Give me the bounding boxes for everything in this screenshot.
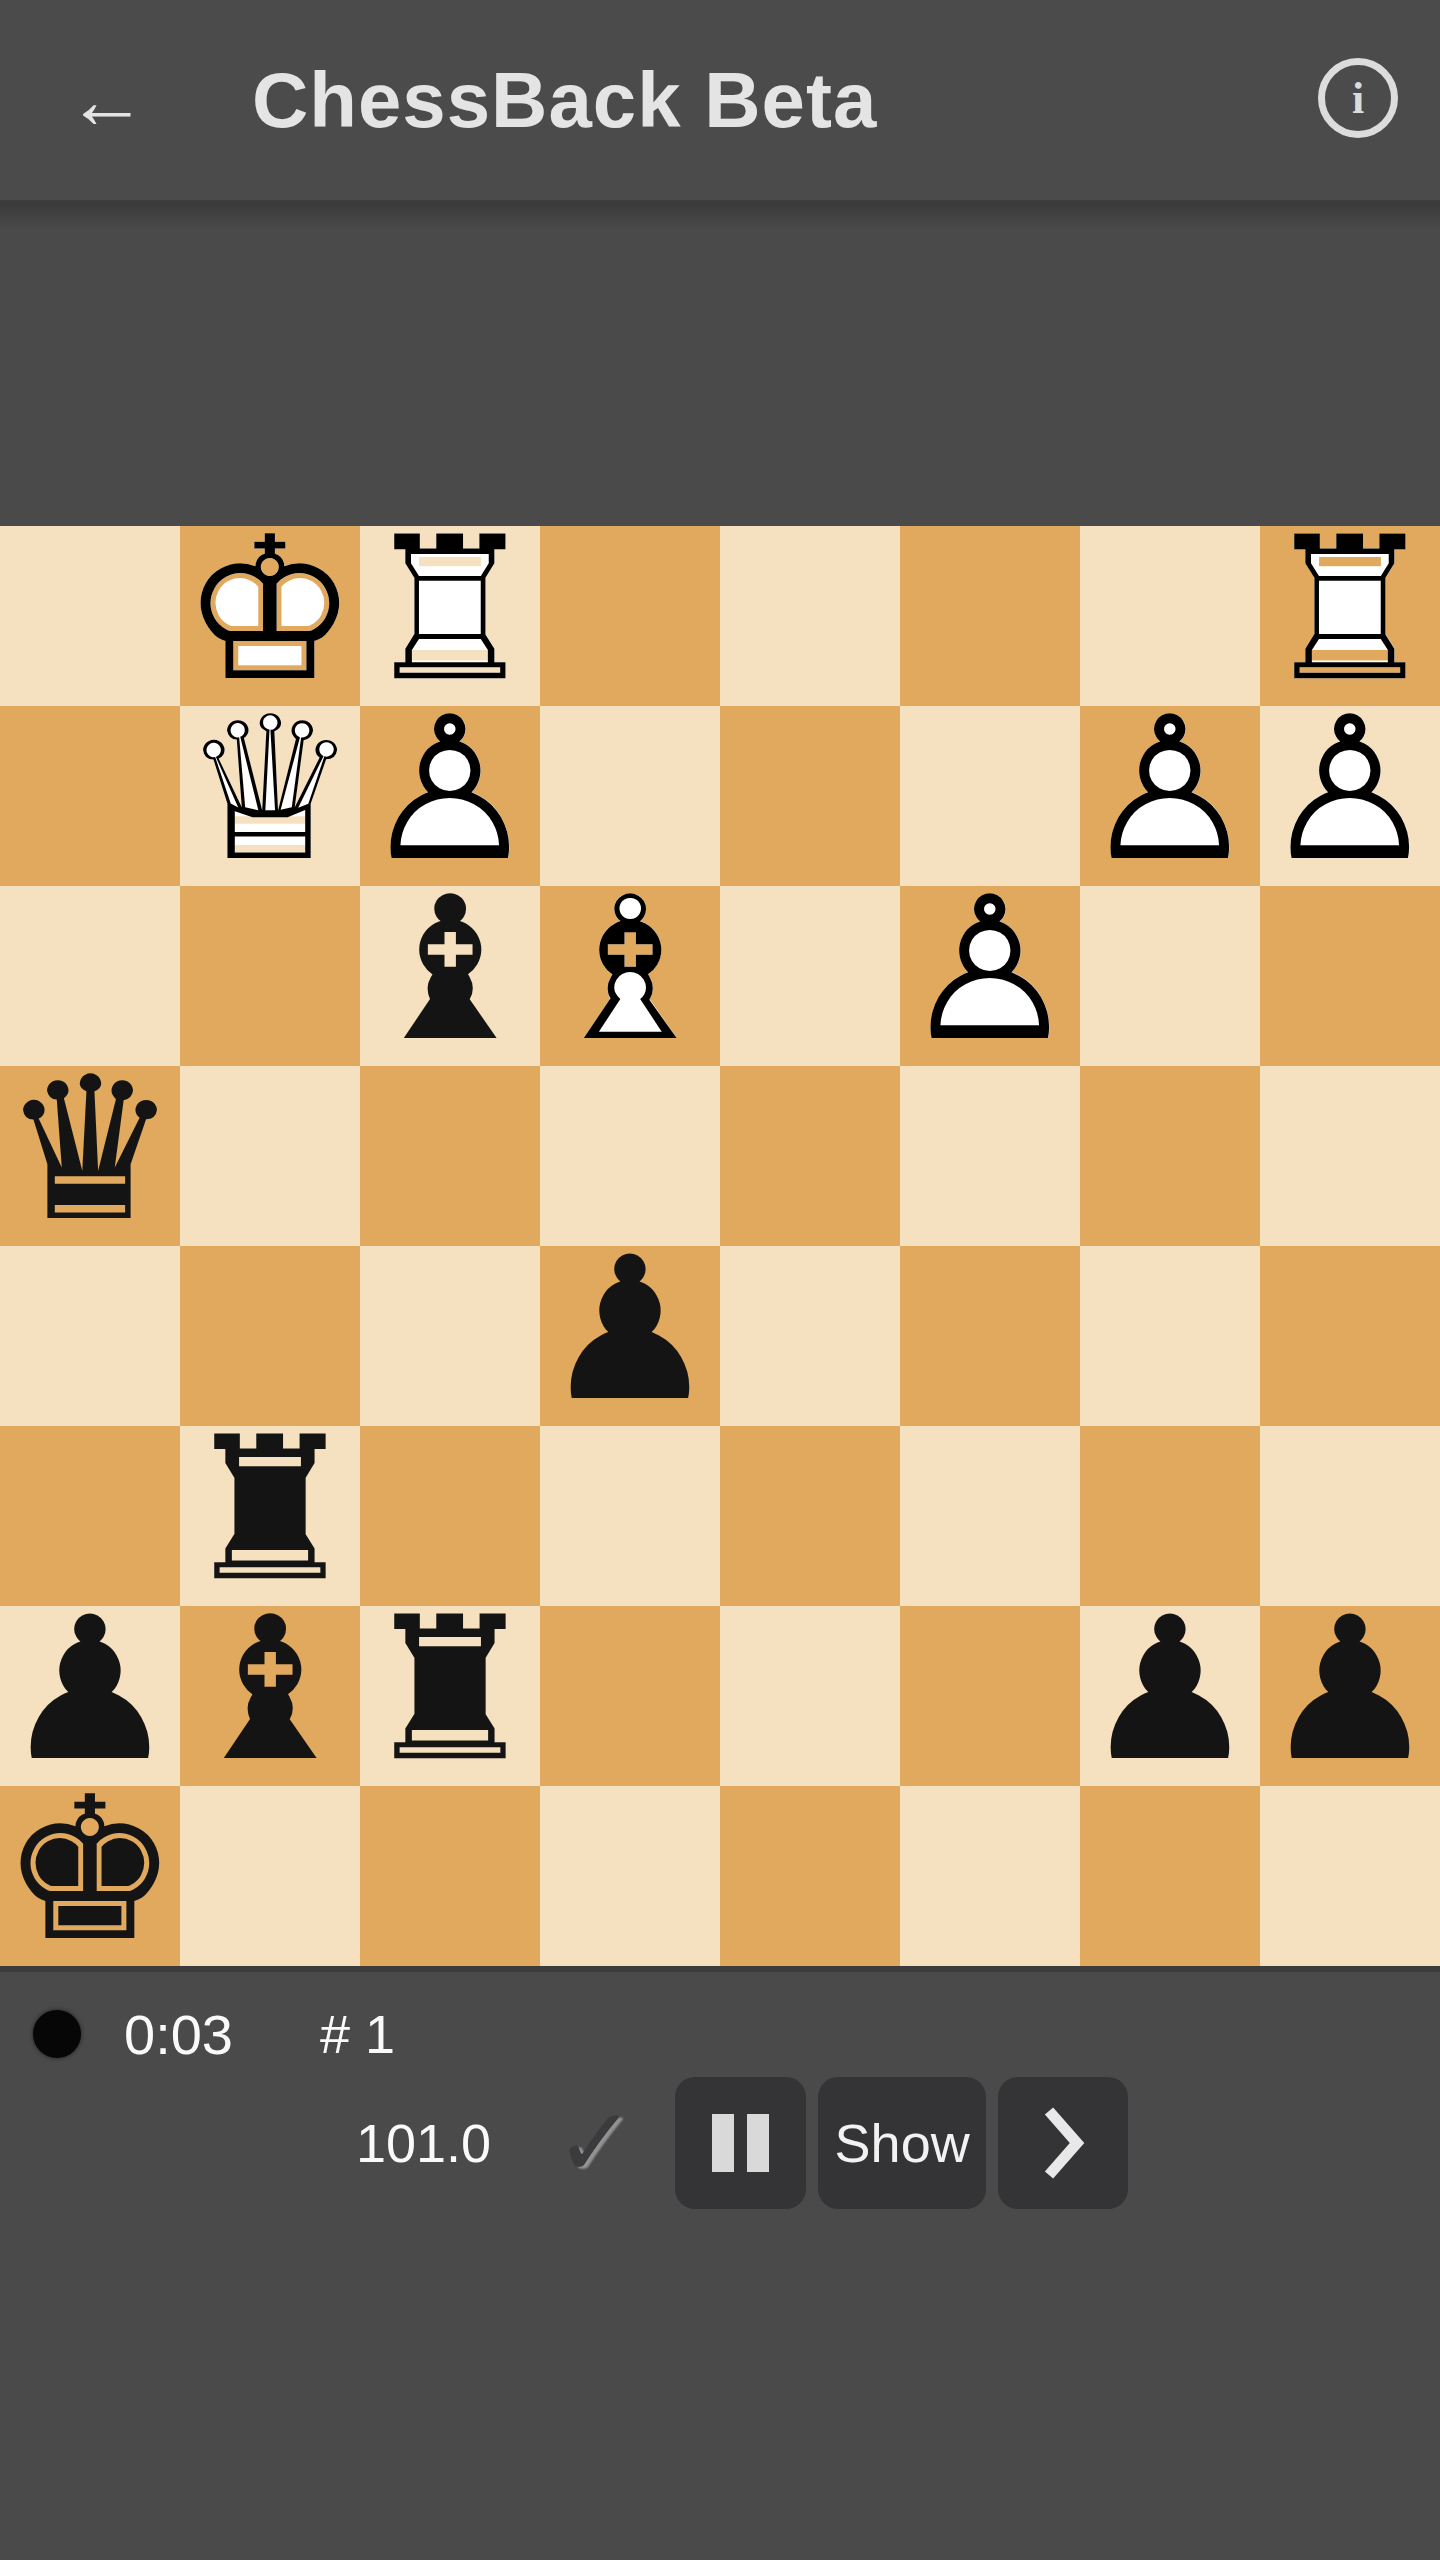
info-button[interactable]: i [1318,58,1398,138]
square-h7[interactable]: ♟♙ [1260,706,1440,886]
controls-row: 101.0 ✓ Show [356,2077,1128,2209]
square-g7[interactable]: ♟♙ [1080,706,1260,886]
square-g5[interactable] [1080,1066,1260,1246]
show-button-label: Show [835,2112,970,2174]
piece-wQ: ♛♕ [180,706,360,886]
pause-icon [712,2114,769,2172]
square-c4[interactable] [360,1246,540,1426]
piece-wP: ♟♙ [1260,706,1440,886]
square-g6[interactable] [1080,886,1260,1066]
square-e3[interactable] [720,1426,900,1606]
square-e1[interactable] [720,1786,900,1966]
square-f2[interactable] [900,1606,1080,1786]
square-a7[interactable] [0,706,180,886]
square-b6[interactable] [180,886,360,1066]
square-c1[interactable] [360,1786,540,1966]
piece-bB: ♝ [180,1606,360,1786]
clock: 0:03 [124,2002,233,2067]
piece-bP: ♟ [540,1246,720,1426]
square-a4[interactable] [0,1246,180,1426]
piece-bK: ♚ [0,1786,180,1966]
puzzle-number: # 1 [320,2003,395,2065]
square-c2[interactable]: ♜ [360,1606,540,1786]
app-bar: ← ChessBack Beta i [0,0,1440,203]
square-a1[interactable]: ♚ [0,1786,180,1966]
square-f4[interactable] [900,1246,1080,1426]
square-g2[interactable]: ♟ [1080,1606,1260,1786]
check-icon: ✓ [547,2087,643,2199]
square-e5[interactable] [720,1066,900,1246]
chess-board: ♚♔♜♖♜♖♛♕♟♙♟♙♟♙♝♝♗♟♙♛♟♜♟♝♜♟♟♚ [0,526,1440,1966]
square-b5[interactable] [180,1066,360,1246]
next-button[interactable] [998,2077,1128,2209]
square-h2[interactable]: ♟ [1260,1606,1440,1786]
square-e2[interactable] [720,1606,900,1786]
square-h5[interactable] [1260,1066,1440,1246]
square-f1[interactable] [900,1786,1080,1966]
pause-button[interactable] [675,2077,806,2209]
square-d6[interactable]: ♝♗ [540,886,720,1066]
square-g4[interactable] [1080,1246,1260,1426]
square-e8[interactable] [720,526,900,706]
square-b7[interactable]: ♛♕ [180,706,360,886]
square-a5[interactable]: ♛ [0,1066,180,1246]
square-d4[interactable]: ♟ [540,1246,720,1426]
square-f3[interactable] [900,1426,1080,1606]
square-h1[interactable] [1260,1786,1440,1966]
square-f6[interactable]: ♟♙ [900,886,1080,1066]
square-e7[interactable] [720,706,900,886]
square-h4[interactable] [1260,1246,1440,1426]
piece-bB: ♝ [360,886,540,1066]
board-bottom-shadow [0,1966,1440,1972]
square-f8[interactable] [900,526,1080,706]
info-icon: i [1318,58,1398,138]
page-title: ChessBack Beta [252,0,877,200]
square-a8[interactable] [0,526,180,706]
piece-bQ: ♛ [0,1066,180,1246]
square-c5[interactable] [360,1066,540,1246]
score-value: 101.0 [356,2112,491,2174]
square-g1[interactable] [1080,1786,1260,1966]
square-h6[interactable] [1260,886,1440,1066]
square-f5[interactable] [900,1066,1080,1246]
back-button[interactable]: ← [52,46,162,156]
chevron-right-icon [1041,2103,1085,2183]
turn-indicator-black-dot [33,2010,81,2058]
square-e4[interactable] [720,1246,900,1426]
square-b2[interactable]: ♝ [180,1606,360,1786]
square-d8[interactable] [540,526,720,706]
appbar-shadow [0,203,1440,229]
show-button[interactable]: Show [818,2077,986,2209]
square-b1[interactable] [180,1786,360,1966]
square-e6[interactable] [720,886,900,1066]
piece-bP: ♟ [1080,1606,1260,1786]
piece-wB: ♝♗ [540,886,720,1066]
piece-wP: ♟♙ [900,886,1080,1066]
piece-bP: ♟ [1260,1606,1440,1786]
square-c6[interactable]: ♝ [360,886,540,1066]
square-d1[interactable] [540,1786,720,1966]
square-d2[interactable] [540,1606,720,1786]
piece-wP: ♟♙ [1080,706,1260,886]
square-d3[interactable] [540,1426,720,1606]
piece-bR: ♜ [360,1606,540,1786]
back-arrow-icon: ← [67,55,147,147]
